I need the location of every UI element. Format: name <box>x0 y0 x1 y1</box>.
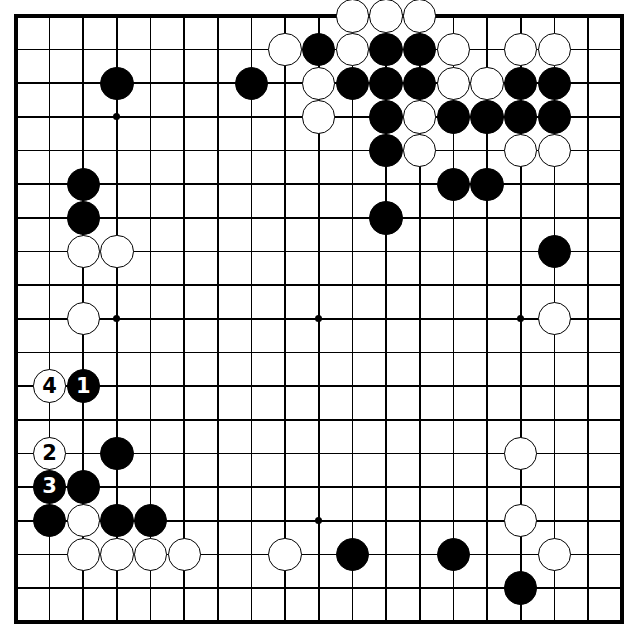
stone-white-c6-r17 <box>168 538 201 571</box>
stone-white-c13-r1 <box>403 0 436 33</box>
stone-black-c14-r6 <box>437 168 470 201</box>
move-number-label: 1 <box>76 375 91 396</box>
stone-black-c15-r4 <box>470 100 503 133</box>
stone-white-c11-r2 <box>336 33 369 66</box>
stone-black-c4-r14 <box>100 437 133 470</box>
stone-white-c16-r16 <box>504 504 537 537</box>
stone-white-c16-r5 <box>504 134 537 167</box>
stone-white-c15-r3 <box>470 67 503 100</box>
stone-black-c12-r3 <box>369 67 402 100</box>
stone-black-c8-r3 <box>235 67 268 100</box>
stone-black-c4-r3 <box>100 67 133 100</box>
stone-black-c3-r6 <box>67 168 100 201</box>
stone-white-c10-r3 <box>302 67 335 100</box>
stone-white-c5-r17 <box>134 538 167 571</box>
stone-white-c14-r3 <box>437 67 470 100</box>
stone-black-c13-r3 <box>403 67 436 100</box>
stone-white-c16-r2 <box>504 33 537 66</box>
stone-black-c12-r4 <box>369 100 402 133</box>
stone-white-c2-r14: 2 <box>33 437 66 470</box>
stone-black-c15-r6 <box>470 168 503 201</box>
stone-black-c2-r16 <box>33 504 66 537</box>
stone-black-c16-r18 <box>504 571 537 604</box>
stone-white-c17-r10 <box>538 302 571 335</box>
stone-black-c10-r2 <box>302 33 335 66</box>
stone-white-c4-r17 <box>100 538 133 571</box>
stone-black-c12-r2 <box>369 33 402 66</box>
stone-white-c3-r10 <box>67 302 100 335</box>
stone-black-c16-r3 <box>504 67 537 100</box>
stone-black-c14-r4 <box>437 100 470 133</box>
move-number-label: 3 <box>42 476 57 497</box>
stone-black-c11-r3 <box>336 67 369 100</box>
stone-black-c2-r15: 3 <box>33 470 66 503</box>
stone-black-c14-r17 <box>437 538 470 571</box>
stone-white-c11-r1 <box>336 0 369 33</box>
stone-white-c17-r5 <box>538 134 571 167</box>
stone-white-c4-r8 <box>100 235 133 268</box>
stone-white-c9-r2 <box>268 33 301 66</box>
stone-black-c13-r2 <box>403 33 436 66</box>
stone-white-c9-r17 <box>268 538 301 571</box>
stone-white-c17-r17 <box>538 538 571 571</box>
stone-black-c3-r7 <box>67 201 100 234</box>
stone-black-c17-r8 <box>538 235 571 268</box>
stone-white-c17-r2 <box>538 33 571 66</box>
stone-black-c17-r4 <box>538 100 571 133</box>
stone-white-c3-r16 <box>67 504 100 537</box>
stone-white-c13-r5 <box>403 134 436 167</box>
stone-white-c12-r1 <box>369 0 402 33</box>
move-number-label: 2 <box>42 442 57 463</box>
stone-black-c3-r15 <box>67 470 100 503</box>
stone-white-c3-r8 <box>67 235 100 268</box>
move-number-label: 4 <box>42 375 57 396</box>
stone-black-c4-r16 <box>100 504 133 537</box>
stone-white-c16-r14 <box>504 437 537 470</box>
stone-black-c5-r16 <box>134 504 167 537</box>
go-board: 4123 <box>0 0 640 640</box>
stone-white-c10-r4 <box>302 100 335 133</box>
stone-black-c3-r12: 1 <box>67 369 100 402</box>
stone-black-c12-r5 <box>369 134 402 167</box>
stone-black-c11-r17 <box>336 538 369 571</box>
stone-black-c16-r4 <box>504 100 537 133</box>
stone-white-c14-r2 <box>437 33 470 66</box>
stone-white-c2-r12: 4 <box>33 369 66 402</box>
stone-white-c13-r4 <box>403 100 436 133</box>
stone-black-c12-r7 <box>369 201 402 234</box>
stone-white-c3-r17 <box>67 538 100 571</box>
stones-layer: 4123 <box>0 0 639 639</box>
stone-black-c17-r3 <box>538 67 571 100</box>
